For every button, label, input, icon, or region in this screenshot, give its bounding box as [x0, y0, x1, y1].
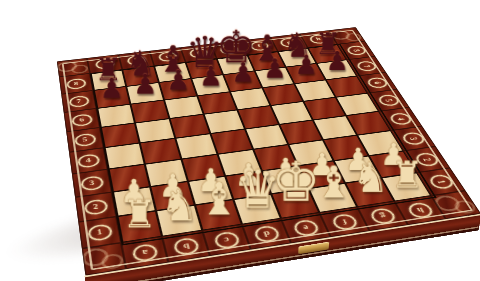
black-pawn[interactable]: ♟ [100, 75, 124, 103]
rank-label-4: 4 [69, 148, 108, 174]
square-e5[interactable] [237, 106, 279, 129]
brass-latch-icon [298, 242, 329, 255]
square-a4[interactable] [104, 143, 145, 169]
rank-label-4: 4 [379, 107, 422, 130]
chess-board: abcdefgh8♜♞♝♛♚♝♞♜87♟♟♟♟♟♟♟♟7665544332♟♟♟… [57, 27, 480, 275]
white-queen[interactable]: ♛ [234, 163, 280, 215]
black-pawn[interactable]: ♟ [166, 67, 190, 94]
white-knight[interactable]: ♞ [160, 184, 198, 227]
product-photo-stage: abcdefgh8♜♞♝♛♚♝♞♜87♟♟♟♟♟♟♟♟7665544332♟♟♟… [0, 0, 480, 281]
rank-label-5: 5 [66, 127, 103, 152]
black-pawn[interactable]: ♟ [295, 52, 318, 78]
square-d4[interactable] [210, 129, 253, 154]
black-pawn[interactable]: ♟ [263, 56, 287, 83]
rank-label-2: 2 [75, 192, 116, 222]
black-pawn[interactable]: ♟ [326, 48, 349, 74]
black-pawn[interactable]: ♟ [199, 63, 223, 90]
black-pawn[interactable]: ♟ [231, 59, 255, 86]
square-c1[interactable]: ♝ [195, 199, 242, 230]
square-e6[interactable] [230, 88, 270, 110]
white-rook[interactable]: ♜ [122, 194, 156, 233]
black-pawn[interactable]: ♟ [133, 71, 157, 98]
white-bishop[interactable]: ♝ [199, 176, 239, 221]
white-knight[interactable]: ♞ [352, 157, 389, 198]
white-rook[interactable]: ♜ [391, 156, 424, 193]
